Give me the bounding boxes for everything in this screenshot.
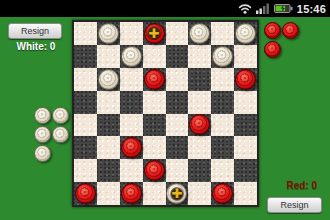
white-score-label: White: 0	[10, 41, 62, 52]
board-cell-f8[interactable]	[188, 22, 211, 45]
board-cell-h4[interactable]	[234, 114, 257, 137]
board-cell-d4[interactable]	[143, 114, 166, 137]
battery-icon	[274, 3, 293, 14]
board-cell-a6[interactable]	[74, 68, 97, 91]
status-bar: 15:46	[0, 0, 330, 17]
board-cell-a1[interactable]	[74, 182, 97, 205]
board-cell-h8[interactable]	[234, 22, 257, 45]
resign-button-red[interactable]: Resign	[267, 197, 322, 213]
board-cell-h6[interactable]	[234, 68, 257, 91]
board-cell-f2[interactable]	[188, 159, 211, 182]
board-cell-e4[interactable]	[166, 114, 189, 137]
white-piece[interactable]	[98, 69, 119, 90]
board-cell-a8[interactable]	[74, 22, 97, 45]
board-cell-h7[interactable]	[234, 45, 257, 68]
board-cell-a2[interactable]	[74, 159, 97, 182]
board-cell-c4[interactable]	[120, 114, 143, 137]
signal-strength-icon	[256, 3, 270, 14]
board-cell-c2[interactable]	[120, 159, 143, 182]
board-cell-g1[interactable]	[211, 182, 234, 205]
board-cell-g3[interactable]	[211, 136, 234, 159]
board-cell-g7[interactable]	[211, 45, 234, 68]
captured-red-piece	[282, 22, 299, 39]
board-cell-d2[interactable]	[143, 159, 166, 182]
board-cell-d7[interactable]	[143, 45, 166, 68]
board-cell-c3[interactable]	[120, 136, 143, 159]
board-cell-b2[interactable]	[97, 159, 120, 182]
board-cell-h3[interactable]	[234, 136, 257, 159]
board-cell-c5[interactable]	[120, 91, 143, 114]
board-cell-h1[interactable]	[234, 182, 257, 205]
board-cell-g2[interactable]	[211, 159, 234, 182]
board: ✚✚	[72, 20, 259, 207]
red-score-label: Red: 0	[286, 180, 317, 191]
board-cell-f5[interactable]	[188, 91, 211, 114]
red-piece[interactable]	[144, 160, 165, 181]
board-cell-e3[interactable]	[166, 136, 189, 159]
board-cell-g8[interactable]	[211, 22, 234, 45]
captured-white-piece	[34, 107, 51, 124]
board-cell-d6[interactable]	[143, 68, 166, 91]
board-cell-g6[interactable]	[211, 68, 234, 91]
board-cell-b6[interactable]	[97, 68, 120, 91]
board-cell-e5[interactable]	[166, 91, 189, 114]
board-cell-c6[interactable]	[120, 68, 143, 91]
board-cell-f4[interactable]	[188, 114, 211, 137]
captured-white-piece	[34, 145, 51, 162]
captured-red-piece	[264, 41, 281, 58]
board-cell-f7[interactable]	[188, 45, 211, 68]
board-cell-d3[interactable]	[143, 136, 166, 159]
white-piece[interactable]	[212, 46, 233, 67]
red-piece[interactable]	[212, 183, 233, 204]
board-cell-a5[interactable]	[74, 91, 97, 114]
white-piece[interactable]	[121, 46, 142, 67]
resign-button-white[interactable]: Resign	[8, 23, 62, 39]
board-cell-h2[interactable]	[234, 159, 257, 182]
white-king-piece[interactable]: ✚	[166, 183, 187, 204]
board-cell-b1[interactable]	[97, 182, 120, 205]
board-cell-b3[interactable]	[97, 136, 120, 159]
board-cell-d5[interactable]	[143, 91, 166, 114]
board-cell-b7[interactable]	[97, 45, 120, 68]
white-piece[interactable]	[98, 23, 119, 44]
red-piece[interactable]	[121, 183, 142, 204]
board-cell-f1[interactable]	[188, 182, 211, 205]
board-cell-a3[interactable]	[74, 136, 97, 159]
red-piece[interactable]	[121, 137, 142, 158]
red-king-piece[interactable]: ✚	[144, 23, 165, 44]
board-cell-f3[interactable]	[188, 136, 211, 159]
red-piece[interactable]	[144, 69, 165, 90]
board-cell-d8[interactable]: ✚	[143, 22, 166, 45]
captured-white-piece	[34, 126, 51, 143]
captured-white-piece	[52, 107, 69, 124]
board-cell-e1[interactable]: ✚	[166, 182, 189, 205]
board-cell-e8[interactable]	[166, 22, 189, 45]
board-cell-b5[interactable]	[97, 91, 120, 114]
board-cell-a4[interactable]	[74, 114, 97, 137]
board-cell-c8[interactable]	[120, 22, 143, 45]
board-cell-c1[interactable]	[120, 182, 143, 205]
board-cell-g5[interactable]	[211, 91, 234, 114]
wifi-icon	[238, 3, 252, 14]
captured-white-piece	[52, 126, 69, 143]
board-cell-b4[interactable]	[97, 114, 120, 137]
board-cell-b8[interactable]	[97, 22, 120, 45]
board-cell-h5[interactable]	[234, 91, 257, 114]
board-cell-c7[interactable]	[120, 45, 143, 68]
captured-red-tray	[264, 22, 298, 58]
king-crown-icon: ✚	[149, 27, 160, 40]
board-cell-e7[interactable]	[166, 45, 189, 68]
board-cell-d1[interactable]	[143, 182, 166, 205]
clock-text: 15:46	[297, 3, 326, 15]
red-piece[interactable]	[235, 69, 256, 90]
board-cell-f6[interactable]	[188, 68, 211, 91]
king-crown-icon: ✚	[171, 187, 182, 200]
red-piece[interactable]	[189, 114, 210, 135]
captured-red-piece	[264, 22, 281, 39]
board-cell-e6[interactable]	[166, 68, 189, 91]
captured-white-tray	[34, 107, 68, 162]
white-piece[interactable]	[235, 23, 256, 44]
board-cell-g4[interactable]	[211, 114, 234, 137]
white-piece[interactable]	[189, 23, 210, 44]
board-cell-a7[interactable]	[74, 45, 97, 68]
red-piece[interactable]	[75, 183, 96, 204]
board-cell-e2[interactable]	[166, 159, 189, 182]
